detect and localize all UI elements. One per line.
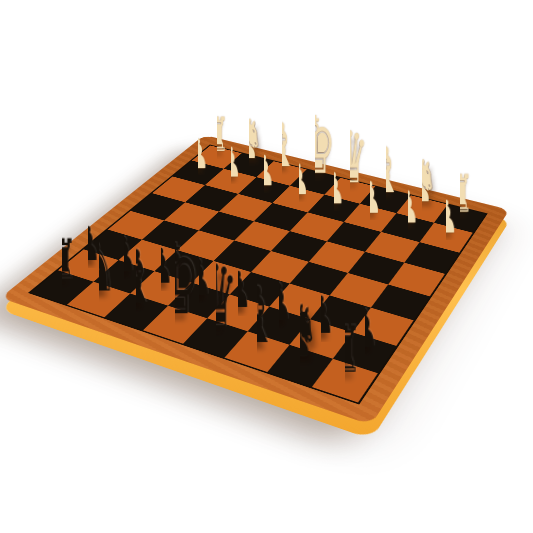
white-pawn-glyph: ♟ (253, 150, 275, 192)
black-rook-a8: ♜ (345, 316, 402, 380)
white-pawn-glyph: ♟ (188, 133, 209, 174)
product-photo-canvas: ♜♞♝♛♚♝♞♜♟♟♟♟♟♟♟♟♟♟♟♟♟♟♟♟♜♞♝♛♚♝♞♜ (0, 0, 533, 533)
board-scene: ♜♞♝♛♚♝♞♜♟♟♟♟♟♟♟♟♟♟♟♟♟♟♟♟♜♞♝♛♚♝♞♜ (0, 0, 533, 533)
white-pawn-glyph: ♟ (396, 185, 419, 229)
black-queen-glyph: ♛ (193, 253, 239, 341)
white-pawn-glyph: ♟ (220, 141, 242, 182)
black-rook-glyph: ♜ (328, 319, 361, 383)
white-pawn-glyph: ♟ (288, 158, 310, 201)
black-knight-glyph: ♞ (282, 296, 320, 368)
black-rook-glyph: ♜ (48, 233, 78, 290)
white-pawn-glyph: ♟ (323, 167, 345, 210)
white-pawn-a2: ♟ (446, 192, 486, 237)
white-pawn-glyph: ♟ (359, 175, 382, 219)
chess-board: ♜♞♝♛♚♝♞♜♟♟♟♟♟♟♟♟♟♟♟♟♟♟♟♟♜♞♝♛♚♝♞♜ (0, 135, 509, 425)
black-knight-glyph: ♞ (82, 235, 117, 301)
white-pawn-glyph: ♟ (435, 194, 458, 239)
black-bishop-glyph: ♝ (237, 277, 277, 355)
